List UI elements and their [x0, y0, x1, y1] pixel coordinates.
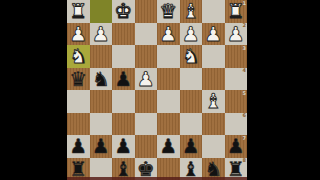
black-knight: ♞	[92, 68, 110, 91]
square-e1[interactable]	[135, 0, 158, 23]
square-e3[interactable]	[135, 45, 158, 68]
white-pawn: ♟	[92, 23, 110, 46]
square-d1[interactable]: ♛	[157, 0, 180, 23]
square-f7[interactable]: ♟	[112, 135, 135, 158]
white-pawn: ♟	[137, 68, 155, 91]
square-h7[interactable]: ♟	[67, 135, 90, 158]
board-bottom-edge	[67, 177, 247, 180]
rank-coordinate: 1	[243, 1, 246, 6]
square-b2[interactable]: ♟	[202, 23, 225, 46]
square-d6[interactable]	[157, 113, 180, 136]
white-queen: ♛	[159, 0, 177, 23]
square-b7[interactable]	[202, 135, 225, 158]
square-a4[interactable]: 4	[225, 68, 248, 91]
rank-coordinate: 5	[243, 91, 246, 96]
white-pawn: ♟	[204, 23, 222, 46]
square-d4[interactable]	[157, 68, 180, 91]
square-c1[interactable]: ♝	[180, 0, 203, 23]
square-g2[interactable]: ♟	[90, 23, 113, 46]
square-h4[interactable]: ♛	[67, 68, 90, 91]
white-pawn: ♟	[69, 23, 87, 46]
square-e5[interactable]	[135, 90, 158, 113]
black-pawn: ♟	[159, 135, 177, 158]
rank-coordinate: 3	[243, 46, 246, 51]
white-rook: ♜	[69, 0, 87, 23]
square-c2[interactable]: ♟	[180, 23, 203, 46]
square-a7[interactable]: ♟7	[225, 135, 248, 158]
square-f1[interactable]: ♚	[112, 0, 135, 23]
square-h5[interactable]	[67, 90, 90, 113]
rank-coordinate: 2	[243, 23, 246, 28]
square-g6[interactable]	[90, 113, 113, 136]
white-pawn: ♟	[159, 23, 177, 46]
square-h2[interactable]: ♟	[67, 23, 90, 46]
square-b4[interactable]	[202, 68, 225, 91]
rank-coordinate: 6	[243, 113, 246, 118]
square-h3[interactable]: ♞	[67, 45, 90, 68]
square-g1[interactable]	[90, 0, 113, 23]
white-knight: ♞	[182, 45, 200, 68]
white-pawn: ♟	[182, 23, 200, 46]
square-e4[interactable]: ♟	[135, 68, 158, 91]
square-b3[interactable]	[202, 45, 225, 68]
square-f6[interactable]	[112, 113, 135, 136]
black-pawn: ♟	[114, 135, 132, 158]
square-c3[interactable]: ♞	[180, 45, 203, 68]
rank-coordinate: 7	[243, 136, 246, 141]
square-d3[interactable]	[157, 45, 180, 68]
square-c7[interactable]: ♟	[180, 135, 203, 158]
square-d5[interactable]	[157, 90, 180, 113]
square-g7[interactable]: ♟	[90, 135, 113, 158]
square-g4[interactable]: ♞	[90, 68, 113, 91]
square-a6[interactable]: 6	[225, 113, 248, 136]
black-pawn: ♟	[69, 135, 87, 158]
square-e6[interactable]	[135, 113, 158, 136]
rank-coordinate: 8	[243, 158, 246, 163]
square-c5[interactable]	[180, 90, 203, 113]
square-f4[interactable]: ♟	[112, 68, 135, 91]
black-pawn: ♟	[182, 135, 200, 158]
square-f2[interactable]	[112, 23, 135, 46]
square-h1[interactable]: ♜	[67, 0, 90, 23]
square-c6[interactable]	[180, 113, 203, 136]
square-a2[interactable]: ♟2	[225, 23, 248, 46]
square-d2[interactable]: ♟	[157, 23, 180, 46]
square-h6[interactable]	[67, 113, 90, 136]
square-b1[interactable]	[202, 0, 225, 23]
white-bishop: ♝	[204, 90, 222, 113]
square-d7[interactable]: ♟	[157, 135, 180, 158]
square-e2[interactable]	[135, 23, 158, 46]
square-a1[interactable]: ♜1	[225, 0, 248, 23]
white-knight: ♞	[69, 45, 87, 68]
square-g5[interactable]	[90, 90, 113, 113]
square-b5[interactable]: ♝	[202, 90, 225, 113]
white-bishop: ♝	[182, 0, 200, 23]
screenshot-stage: ♜♚♛♝♜1♟♟♟♟♟♟2♞♞3♛♞♟♟4♝56♟♟♟♟♟♟7♜♝♚♝♞♜8	[0, 0, 320, 180]
square-b6[interactable]	[202, 113, 225, 136]
chess-board: ♜♚♛♝♜1♟♟♟♟♟♟2♞♞3♛♞♟♟4♝56♟♟♟♟♟♟7♜♝♚♝♞♜8	[67, 0, 247, 180]
square-a3[interactable]: 3	[225, 45, 248, 68]
black-pawn: ♟	[114, 68, 132, 91]
square-f5[interactable]	[112, 90, 135, 113]
white-king: ♚	[114, 0, 132, 23]
rank-coordinate: 4	[243, 68, 246, 73]
black-queen: ♛	[69, 68, 87, 91]
square-g3[interactable]	[90, 45, 113, 68]
square-f3[interactable]	[112, 45, 135, 68]
square-a5[interactable]: 5	[225, 90, 248, 113]
square-c4[interactable]	[180, 68, 203, 91]
black-pawn: ♟	[92, 135, 110, 158]
square-e7[interactable]	[135, 135, 158, 158]
